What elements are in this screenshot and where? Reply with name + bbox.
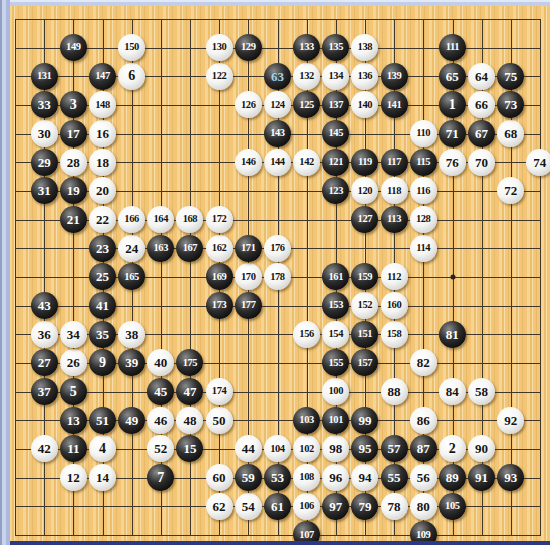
stone-55[interactable]: 55: [381, 464, 408, 491]
move-number: 111: [446, 42, 459, 53]
stone-131[interactable]: 131: [31, 63, 58, 90]
stone-148[interactable]: 148: [89, 91, 116, 118]
stone-143[interactable]: 143: [264, 120, 291, 147]
move-number: 37: [38, 385, 51, 398]
move-number: 164: [154, 214, 169, 225]
stone-9[interactable]: 9: [89, 349, 116, 376]
stone-7[interactable]: 7: [147, 464, 174, 491]
stone-117[interactable]: 117: [381, 149, 408, 176]
move-number: 54: [242, 500, 255, 513]
move-number: 170: [241, 272, 256, 283]
stone-128[interactable]: 128: [410, 206, 437, 233]
move-number: 151: [358, 329, 373, 340]
stone-81[interactable]: 81: [439, 321, 466, 348]
stone-62[interactable]: 62: [206, 493, 233, 520]
stone-22[interactable]: 22: [89, 206, 116, 233]
stone-38[interactable]: 38: [118, 321, 145, 348]
move-number: 6: [128, 69, 135, 83]
move-number: 118: [387, 186, 401, 197]
move-number: 155: [328, 358, 343, 369]
stone-1[interactable]: 1: [439, 91, 466, 118]
move-number: 90: [475, 442, 488, 455]
move-number: 60: [213, 471, 226, 484]
stone-120[interactable]: 120: [351, 177, 378, 204]
move-number: 86: [417, 414, 430, 427]
move-number: 162: [212, 243, 227, 254]
stone-96[interactable]: 96: [322, 464, 349, 491]
stone-90[interactable]: 90: [468, 435, 495, 462]
stone-113[interactable]: 113: [381, 206, 408, 233]
stone-51[interactable]: 51: [89, 407, 116, 434]
stone-155[interactable]: 155: [322, 349, 349, 376]
stone-40[interactable]: 40: [147, 349, 174, 376]
move-number: 36: [38, 328, 51, 341]
stone-112[interactable]: 112: [381, 263, 408, 290]
stone-173[interactable]: 173: [206, 292, 233, 319]
move-number: 25: [96, 270, 109, 283]
stone-76[interactable]: 76: [439, 149, 466, 176]
stone-97[interactable]: 97: [322, 493, 349, 520]
stone-47[interactable]: 47: [176, 378, 203, 405]
move-number: 2: [449, 442, 456, 456]
stone-111[interactable]: 111: [439, 34, 466, 61]
stone-151[interactable]: 151: [351, 321, 378, 348]
move-number: 127: [358, 214, 373, 225]
move-number: 109: [416, 530, 431, 541]
stone-43[interactable]: 43: [31, 292, 58, 319]
stone-122[interactable]: 122: [206, 63, 233, 90]
stone-137[interactable]: 137: [322, 91, 349, 118]
move-number: 117: [387, 157, 401, 168]
move-number: 91: [475, 471, 488, 484]
stone-29[interactable]: 29: [31, 149, 58, 176]
stone-145[interactable]: 145: [322, 120, 349, 147]
stone-142[interactable]: 142: [293, 149, 320, 176]
move-number: 24: [125, 242, 138, 255]
stone-48[interactable]: 48: [176, 407, 203, 434]
stone-28[interactable]: 28: [60, 149, 87, 176]
move-number: 45: [154, 385, 167, 398]
move-number: 23: [96, 242, 109, 255]
stone-160[interactable]: 160: [381, 292, 408, 319]
stone-125[interactable]: 125: [293, 91, 320, 118]
move-number: 81: [446, 328, 459, 341]
move-number: 172: [212, 214, 227, 225]
move-number: 94: [358, 471, 371, 484]
move-number: 131: [37, 71, 52, 82]
stone-4[interactable]: 4: [89, 435, 116, 462]
stone-14[interactable]: 14: [89, 464, 116, 491]
stone-86[interactable]: 86: [410, 407, 437, 434]
stone-126[interactable]: 126: [235, 91, 262, 118]
stone-161[interactable]: 161: [322, 263, 349, 290]
stone-73[interactable]: 73: [497, 91, 524, 118]
move-number: 73: [504, 98, 517, 111]
go-board[interactable]: 1234567911121314151617181920212223242526…: [10, 6, 550, 545]
stone-157[interactable]: 157: [351, 349, 378, 376]
move-number: 142: [299, 157, 314, 168]
stone-94[interactable]: 94: [351, 464, 378, 491]
stone-72[interactable]: 72: [497, 177, 524, 204]
stone-16[interactable]: 16: [89, 120, 116, 147]
stone-52[interactable]: 52: [147, 435, 174, 462]
stone-130[interactable]: 130: [206, 34, 233, 61]
move-number: 80: [417, 500, 430, 513]
move-number: 9: [99, 356, 106, 370]
stone-147[interactable]: 147: [89, 63, 116, 90]
stone-171[interactable]: 171: [235, 235, 262, 262]
stone-91[interactable]: 91: [468, 464, 495, 491]
stone-135[interactable]: 135: [322, 34, 349, 61]
stone-23[interactable]: 23: [89, 235, 116, 262]
move-number: 95: [358, 442, 371, 455]
stone-158[interactable]: 158: [381, 321, 408, 348]
move-number: 146: [241, 157, 256, 168]
move-number: 120: [358, 186, 373, 197]
stone-165[interactable]: 165: [118, 263, 145, 290]
stone-78[interactable]: 78: [381, 493, 408, 520]
move-number: 39: [125, 356, 138, 369]
stone-13[interactable]: 13: [60, 407, 87, 434]
stone-18[interactable]: 18: [89, 149, 116, 176]
stone-101[interactable]: 101: [322, 407, 349, 434]
stone-89[interactable]: 89: [439, 464, 466, 491]
move-number: 61: [271, 500, 284, 513]
move-number: 167: [183, 243, 198, 254]
stone-57[interactable]: 57: [381, 435, 408, 462]
stone-146[interactable]: 146: [235, 149, 262, 176]
move-number: 144: [270, 157, 285, 168]
move-number: 124: [270, 100, 285, 111]
move-number: 72: [504, 184, 517, 197]
stone-164[interactable]: 164: [147, 206, 174, 233]
move-number: 53: [271, 471, 284, 484]
stone-99[interactable]: 99: [351, 407, 378, 434]
move-number: 19: [67, 184, 80, 197]
stone-64[interactable]: 64: [468, 63, 495, 90]
move-number: 58: [475, 385, 488, 398]
move-number: 132: [299, 71, 314, 82]
stone-166[interactable]: 166: [118, 206, 145, 233]
stone-102[interactable]: 102: [293, 435, 320, 462]
stone-87[interactable]: 87: [410, 435, 437, 462]
move-number: 106: [299, 501, 314, 512]
stone-138[interactable]: 138: [351, 34, 378, 61]
move-number: 88: [388, 385, 401, 398]
stone-103[interactable]: 103: [293, 407, 320, 434]
move-number: 12: [67, 471, 80, 484]
stone-144[interactable]: 144: [264, 149, 291, 176]
stone-36[interactable]: 36: [31, 321, 58, 348]
stone-11[interactable]: 11: [60, 435, 87, 462]
stone-19[interactable]: 19: [60, 177, 87, 204]
stone-82[interactable]: 82: [410, 349, 437, 376]
stone-105[interactable]: 105: [439, 493, 466, 520]
stone-42[interactable]: 42: [31, 435, 58, 462]
move-number: 65: [446, 70, 459, 83]
move-number: 104: [270, 444, 285, 455]
stone-167[interactable]: 167: [176, 235, 203, 262]
stone-153[interactable]: 153: [322, 292, 349, 319]
stone-71[interactable]: 71: [439, 120, 466, 147]
move-number: 87: [417, 442, 430, 455]
stone-3[interactable]: 3: [60, 91, 87, 118]
stone-17[interactable]: 17: [60, 120, 87, 147]
stone-21[interactable]: 21: [60, 206, 87, 233]
move-number: 138: [358, 42, 373, 53]
stone-56[interactable]: 56: [410, 464, 437, 491]
move-number: 18: [96, 156, 109, 169]
stone-84[interactable]: 84: [439, 378, 466, 405]
move-number: 176: [270, 243, 285, 254]
move-number: 137: [328, 100, 343, 111]
stone-168[interactable]: 168: [176, 206, 203, 233]
stone-2[interactable]: 2: [439, 435, 466, 462]
move-number: 163: [154, 243, 169, 254]
stone-49[interactable]: 49: [118, 407, 145, 434]
move-number: 110: [416, 128, 430, 139]
stone-136[interactable]: 136: [351, 63, 378, 90]
move-number: 156: [299, 329, 314, 340]
move-number: 67: [475, 127, 488, 140]
stone-35[interactable]: 35: [89, 321, 116, 348]
stone-98[interactable]: 98: [322, 435, 349, 462]
move-number: 38: [125, 328, 138, 341]
stone-116[interactable]: 116: [410, 177, 437, 204]
move-number: 34: [67, 328, 80, 341]
move-number: 55: [388, 471, 401, 484]
stone-75[interactable]: 75: [497, 63, 524, 90]
stone-54[interactable]: 54: [235, 493, 262, 520]
move-number: 107: [299, 530, 314, 541]
stone-26[interactable]: 26: [60, 349, 87, 376]
move-number: 46: [154, 414, 167, 427]
move-number: 159: [358, 272, 373, 283]
move-number: 92: [504, 414, 517, 427]
move-number: 153: [328, 300, 343, 311]
move-number: 79: [358, 500, 371, 513]
move-number: 100: [328, 386, 343, 397]
stone-119[interactable]: 119: [351, 149, 378, 176]
move-number: 152: [358, 300, 373, 311]
stone-6[interactable]: 6: [118, 63, 145, 90]
stone-67[interactable]: 67: [468, 120, 495, 147]
move-number: 130: [212, 42, 227, 53]
move-number: 42: [38, 442, 51, 455]
move-number: 20: [96, 184, 109, 197]
move-number: 145: [328, 128, 343, 139]
stone-27[interactable]: 27: [31, 349, 58, 376]
stone-31[interactable]: 31: [31, 177, 58, 204]
stone-118[interactable]: 118: [381, 177, 408, 204]
move-number: 50: [213, 414, 226, 427]
move-number: 115: [416, 157, 430, 168]
move-number: 57: [388, 442, 401, 455]
move-number: 76: [446, 156, 459, 169]
stone-45[interactable]: 45: [147, 378, 174, 405]
stone-169[interactable]: 169: [206, 263, 233, 290]
stone-172[interactable]: 172: [206, 206, 233, 233]
move-number: 133: [299, 42, 314, 53]
stone-25[interactable]: 25: [89, 263, 116, 290]
stone-20[interactable]: 20: [89, 177, 116, 204]
move-number: 51: [96, 414, 109, 427]
stone-156[interactable]: 156: [293, 321, 320, 348]
stone-104[interactable]: 104: [264, 435, 291, 462]
move-number: 66: [475, 98, 488, 111]
stone-66[interactable]: 66: [468, 91, 495, 118]
stone-88[interactable]: 88: [381, 378, 408, 405]
move-number: 59: [242, 471, 255, 484]
stone-162[interactable]: 162: [206, 235, 233, 262]
stone-15[interactable]: 15: [176, 435, 203, 462]
move-number: 62: [213, 500, 226, 513]
move-number: 84: [446, 385, 459, 398]
stone-65[interactable]: 65: [439, 63, 466, 90]
move-number: 17: [67, 127, 80, 140]
stone-127[interactable]: 127: [351, 206, 378, 233]
stone-114[interactable]: 114: [410, 235, 437, 262]
move-number: 30: [38, 127, 51, 140]
move-number: 28: [67, 156, 80, 169]
stone-174[interactable]: 174: [206, 378, 233, 405]
move-number: 97: [329, 500, 342, 513]
stone-12[interactable]: 12: [60, 464, 87, 491]
move-number: 29: [38, 156, 51, 169]
stone-100[interactable]: 100: [322, 378, 349, 405]
stone-59[interactable]: 59: [235, 464, 262, 491]
move-number: 119: [358, 157, 372, 168]
move-number: 11: [67, 442, 79, 455]
move-number: 3: [70, 98, 77, 112]
move-number: 149: [66, 42, 81, 53]
stone-110[interactable]: 110: [410, 120, 437, 147]
move-number: 140: [358, 100, 373, 111]
move-number: 33: [38, 98, 51, 111]
move-number: 71: [446, 127, 459, 140]
move-number: 35: [96, 328, 109, 341]
stone-5[interactable]: 5: [60, 378, 87, 405]
move-number: 64: [475, 70, 488, 83]
move-number: 40: [154, 356, 167, 369]
move-number: 126: [241, 100, 256, 111]
stone-149[interactable]: 149: [60, 34, 87, 61]
stone-170[interactable]: 170: [235, 263, 262, 290]
stone-41[interactable]: 41: [89, 292, 116, 319]
move-number: 82: [417, 356, 430, 369]
move-number: 47: [183, 385, 196, 398]
move-number: 113: [387, 214, 401, 225]
move-number: 174: [212, 386, 227, 397]
stone-79[interactable]: 79: [351, 493, 378, 520]
stone-108[interactable]: 108: [293, 464, 320, 491]
move-number: 148: [95, 100, 110, 111]
stone-44[interactable]: 44: [235, 435, 262, 462]
stone-124[interactable]: 124: [264, 91, 291, 118]
window-edge-top: [0, 0, 550, 6]
stone-132[interactable]: 132: [293, 63, 320, 90]
stone-74[interactable]: 74: [526, 149, 550, 176]
stone-30[interactable]: 30: [31, 120, 58, 147]
stone-46[interactable]: 46: [147, 407, 174, 434]
move-number: 135: [328, 42, 343, 53]
stone-121[interactable]: 121: [322, 149, 349, 176]
move-number: 175: [183, 358, 198, 369]
stone-154[interactable]: 154: [322, 321, 349, 348]
move-number: 161: [328, 272, 343, 283]
stone-60[interactable]: 60: [206, 464, 233, 491]
stone-115[interactable]: 115: [410, 149, 437, 176]
move-number: 56: [417, 471, 430, 484]
stone-53[interactable]: 53: [264, 464, 291, 491]
stone-133[interactable]: 133: [293, 34, 320, 61]
stone-163[interactable]: 163: [147, 235, 174, 262]
stone-139[interactable]: 139: [381, 63, 408, 90]
stone-106[interactable]: 106: [293, 493, 320, 520]
move-number: 158: [387, 329, 402, 340]
move-number: 48: [183, 414, 196, 427]
stone-152[interactable]: 152: [351, 292, 378, 319]
stone-50[interactable]: 50: [206, 407, 233, 434]
move-number: 121: [328, 157, 343, 168]
stone-93[interactable]: 93: [497, 464, 524, 491]
stones-layer: 1234567911121314151617181920212223242526…: [0, 5, 550, 545]
stone-70[interactable]: 70: [468, 149, 495, 176]
move-number: 26: [67, 356, 80, 369]
stone-58[interactable]: 58: [468, 378, 495, 405]
stone-177[interactable]: 177: [235, 292, 262, 319]
stone-68[interactable]: 68: [497, 120, 524, 147]
move-number: 74: [533, 156, 546, 169]
stone-80[interactable]: 80: [410, 493, 437, 520]
stone-95[interactable]: 95: [351, 435, 378, 462]
stone-178[interactable]: 178: [264, 263, 291, 290]
move-number: 178: [270, 272, 285, 283]
stone-39[interactable]: 39: [118, 349, 145, 376]
move-number: 96: [329, 471, 342, 484]
stone-159[interactable]: 159: [351, 263, 378, 290]
move-number: 102: [299, 444, 314, 455]
stone-141[interactable]: 141: [381, 91, 408, 118]
move-number: 116: [416, 186, 430, 197]
stone-61[interactable]: 61: [264, 493, 291, 520]
stone-34[interactable]: 34: [60, 321, 87, 348]
move-number: 128: [416, 214, 431, 225]
move-number: 41: [96, 299, 109, 312]
stone-150[interactable]: 150: [118, 34, 145, 61]
move-number: 1: [449, 98, 456, 112]
stone-176[interactable]: 176: [264, 235, 291, 262]
stone-33[interactable]: 33: [31, 91, 58, 118]
stone-63[interactable]: 63: [264, 63, 291, 90]
stone-37[interactable]: 37: [31, 378, 58, 405]
move-number: 75: [504, 70, 517, 83]
stone-129[interactable]: 129: [235, 34, 262, 61]
move-number: 157: [358, 358, 373, 369]
stone-134[interactable]: 134: [322, 63, 349, 90]
stone-175[interactable]: 175: [176, 349, 203, 376]
move-number: 93: [504, 471, 517, 484]
move-number: 16: [96, 127, 109, 140]
move-number: 13: [67, 414, 80, 427]
move-number: 105: [445, 501, 460, 512]
stone-92[interactable]: 92: [497, 407, 524, 434]
move-number: 108: [299, 472, 314, 483]
stone-24[interactable]: 24: [118, 235, 145, 262]
move-number: 22: [96, 213, 109, 226]
stone-123[interactable]: 123: [322, 177, 349, 204]
stone-140[interactable]: 140: [351, 91, 378, 118]
